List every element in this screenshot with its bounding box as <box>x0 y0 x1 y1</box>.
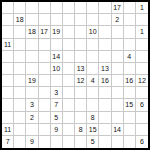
clue-cell-r3c12: 1 <box>136 26 148 38</box>
empty-cell-r9c8[interactable] <box>87 99 99 111</box>
empty-cell-r11c6[interactable] <box>63 124 75 136</box>
empty-cell-r8c2[interactable] <box>14 87 26 99</box>
empty-cell-r4c10[interactable] <box>112 39 124 51</box>
empty-cell-r8c9[interactable] <box>99 87 111 99</box>
empty-cell-r4c2[interactable] <box>14 39 26 51</box>
empty-cell-r10c2[interactable] <box>14 112 26 124</box>
clue-cell-r1c12: 1 <box>136 2 148 14</box>
empty-cell-r10c9[interactable] <box>99 112 111 124</box>
empty-cell-r1c4[interactable] <box>39 2 51 14</box>
empty-cell-r12c9[interactable] <box>99 136 111 148</box>
empty-cell-r5c4[interactable] <box>39 51 51 63</box>
empty-cell-r5c9[interactable] <box>99 51 111 63</box>
empty-cell-r10c1[interactable] <box>2 112 14 124</box>
clue-cell-r7c7: 12 <box>75 75 87 87</box>
clue-cell-r5c11: 4 <box>124 51 136 63</box>
clue-cell-r12c1: 7 <box>2 136 14 148</box>
empty-cell-r3c11[interactable] <box>124 26 136 38</box>
empty-cell-r11c4[interactable] <box>39 124 51 136</box>
empty-cell-r8c6[interactable] <box>63 87 75 99</box>
empty-cell-r12c10[interactable] <box>112 136 124 148</box>
empty-cell-r10c12[interactable] <box>136 112 148 124</box>
empty-cell-r2c5[interactable] <box>51 14 63 26</box>
empty-cell-r11c11[interactable] <box>124 124 136 136</box>
empty-cell-r2c9[interactable] <box>99 14 111 26</box>
clue-cell-r10c3: 2 <box>26 112 38 124</box>
clue-cell-r9c11: 15 <box>124 99 136 111</box>
empty-cell-r9c2[interactable] <box>14 99 26 111</box>
empty-cell-r4c7[interactable] <box>75 39 87 51</box>
clue-cell-r6c9: 13 <box>99 63 111 75</box>
clue-cell-r12c3: 9 <box>26 136 38 148</box>
empty-cell-r4c12[interactable] <box>136 39 148 51</box>
empty-cell-r7c6[interactable] <box>63 75 75 87</box>
empty-cell-r6c12[interactable] <box>136 63 148 75</box>
empty-cell-r11c9[interactable] <box>99 124 111 136</box>
clue-cell-r11c5: 9 <box>51 124 63 136</box>
empty-cell-r2c3[interactable] <box>26 14 38 26</box>
empty-cell-r10c11[interactable] <box>124 112 136 124</box>
empty-cell-r12c5[interactable] <box>51 136 63 148</box>
clue-cell-r6c7: 13 <box>75 63 87 75</box>
empty-cell-r7c5[interactable] <box>51 75 63 87</box>
empty-cell-r10c7[interactable] <box>75 112 87 124</box>
empty-cell-r6c11[interactable] <box>124 63 136 75</box>
empty-cell-r11c12[interactable] <box>136 124 148 136</box>
empty-cell-r8c11[interactable] <box>124 87 136 99</box>
clue-cell-r11c1: 11 <box>2 124 14 136</box>
empty-cell-r6c1[interactable] <box>2 63 14 75</box>
empty-cell-r2c11[interactable] <box>124 14 136 26</box>
empty-cell-r5c7[interactable] <box>75 51 87 63</box>
empty-cell-r2c12[interactable] <box>136 14 148 26</box>
empty-cell-r7c1[interactable] <box>2 75 14 87</box>
empty-cell-r3c2[interactable] <box>14 26 26 38</box>
empty-cell-r9c6[interactable] <box>63 99 75 111</box>
empty-cell-r5c2[interactable] <box>14 51 26 63</box>
clue-cell-r8c5: 3 <box>51 87 63 99</box>
empty-cell-r5c6[interactable] <box>63 51 75 63</box>
empty-cell-r1c7[interactable] <box>75 2 87 14</box>
empty-cell-r6c3[interactable] <box>26 63 38 75</box>
empty-cell-r5c3[interactable] <box>26 51 38 63</box>
empty-cell-r2c4[interactable] <box>39 14 51 26</box>
empty-cell-r7c4[interactable] <box>39 75 51 87</box>
clue-cell-r2c10: 2 <box>112 14 124 26</box>
empty-cell-r8c12[interactable] <box>136 87 148 99</box>
clue-cell-r7c8: 4 <box>87 75 99 87</box>
empty-cell-r1c2[interactable] <box>14 2 26 14</box>
clue-cell-r9c12: 6 <box>136 99 148 111</box>
empty-cell-r10c10[interactable] <box>112 112 124 124</box>
empty-cell-r10c4[interactable] <box>39 112 51 124</box>
clue-cell-r11c7: 8 <box>75 124 87 136</box>
empty-cell-r3c1[interactable] <box>2 26 14 38</box>
empty-cell-r1c5[interactable] <box>51 2 63 14</box>
empty-cell-r9c9[interactable] <box>99 99 111 111</box>
empty-cell-r3c7[interactable] <box>75 26 87 38</box>
empty-cell-r4c5[interactable] <box>51 39 63 51</box>
empty-cell-r9c7[interactable] <box>75 99 87 111</box>
empty-cell-r7c2[interactable] <box>14 75 26 87</box>
empty-cell-r12c4[interactable] <box>39 136 51 148</box>
clue-cell-r7c3: 19 <box>26 75 38 87</box>
empty-cell-r4c9[interactable] <box>99 39 111 51</box>
empty-cell-r6c2[interactable] <box>14 63 26 75</box>
empty-cell-r6c6[interactable] <box>63 63 75 75</box>
empty-cell-r2c8[interactable] <box>87 14 99 26</box>
empty-cell-r3c6[interactable] <box>63 26 75 38</box>
clue-cell-r2c2: 18 <box>14 14 26 26</box>
clue-cell-r10c5: 5 <box>51 112 63 124</box>
empty-cell-r11c3[interactable] <box>26 124 38 136</box>
empty-cell-r1c11[interactable] <box>124 2 136 14</box>
clue-cell-r12c8: 5 <box>87 136 99 148</box>
clue-cell-r6c5: 10 <box>51 63 63 75</box>
empty-cell-r9c1[interactable] <box>2 99 14 111</box>
empty-cell-r4c4[interactable] <box>39 39 51 51</box>
empty-cell-r8c7[interactable] <box>75 87 87 99</box>
clue-cell-r7c11: 16 <box>124 75 136 87</box>
clue-cell-r7c9: 16 <box>99 75 111 87</box>
empty-cell-r1c9[interactable] <box>99 2 111 14</box>
clue-cell-r3c3: 18 <box>26 26 38 38</box>
empty-cell-r4c3[interactable] <box>26 39 38 51</box>
empty-cell-r2c1[interactable] <box>2 14 14 26</box>
empty-cell-r5c8[interactable] <box>87 51 99 63</box>
clue-cell-r11c8: 15 <box>87 124 99 136</box>
empty-cell-r12c6[interactable] <box>63 136 75 148</box>
empty-cell-r4c6[interactable] <box>63 39 75 51</box>
empty-cell-r5c10[interactable] <box>112 51 124 63</box>
clue-cell-r10c8: 8 <box>87 112 99 124</box>
empty-cell-r8c3[interactable] <box>26 87 38 99</box>
clue-cell-r11c10: 14 <box>112 124 124 136</box>
empty-cell-r8c8[interactable] <box>87 87 99 99</box>
clue-cell-r5c5: 14 <box>51 51 63 63</box>
puzzle-board-wrap: 1711821817191011114410131319124161612337… <box>0 0 150 150</box>
empty-cell-r8c1[interactable] <box>2 87 14 99</box>
empty-cell-r2c6[interactable] <box>63 14 75 26</box>
clue-cell-r3c8: 10 <box>87 26 99 38</box>
clue-cell-r3c5: 19 <box>51 26 63 38</box>
empty-cell-r4c8[interactable] <box>87 39 99 51</box>
empty-cell-r6c10[interactable] <box>112 63 124 75</box>
empty-cell-r9c4[interactable] <box>39 99 51 111</box>
empty-cell-r1c6[interactable] <box>63 2 75 14</box>
empty-cell-r12c7[interactable] <box>75 136 87 148</box>
empty-cell-r7c10[interactable] <box>112 75 124 87</box>
empty-cell-r2c7[interactable] <box>75 14 87 26</box>
empty-cell-r8c4[interactable] <box>39 87 51 99</box>
clue-cell-r9c5: 7 <box>51 99 63 111</box>
empty-cell-r5c12[interactable] <box>136 51 148 63</box>
clue-cell-r1c10: 17 <box>112 2 124 14</box>
puzzle-board: 1711821817191011114410131319124161612337… <box>0 0 150 150</box>
clue-cell-r4c1: 11 <box>2 39 14 51</box>
empty-cell-r6c8[interactable] <box>87 63 99 75</box>
empty-cell-r3c9[interactable] <box>99 26 111 38</box>
empty-cell-r4c11[interactable] <box>124 39 136 51</box>
empty-cell-r1c3[interactable] <box>26 2 38 14</box>
clue-cell-r9c3: 3 <box>26 99 38 111</box>
empty-cell-r1c1[interactable] <box>2 2 14 14</box>
empty-cell-r6c4[interactable] <box>39 63 51 75</box>
clue-cell-r12c12: 6 <box>136 136 148 148</box>
empty-cell-r3c10[interactable] <box>112 26 124 38</box>
empty-cell-r10c6[interactable] <box>63 112 75 124</box>
empty-cell-r12c2[interactable] <box>14 136 26 148</box>
clue-cell-r3c4: 17 <box>39 26 51 38</box>
empty-cell-r5c1[interactable] <box>2 51 14 63</box>
empty-cell-r9c10[interactable] <box>112 99 124 111</box>
empty-cell-r11c2[interactable] <box>14 124 26 136</box>
empty-cell-r1c8[interactable] <box>87 2 99 14</box>
clue-cell-r7c12: 12 <box>136 75 148 87</box>
empty-cell-r8c10[interactable] <box>112 87 124 99</box>
empty-cell-r12c11[interactable] <box>124 136 136 148</box>
